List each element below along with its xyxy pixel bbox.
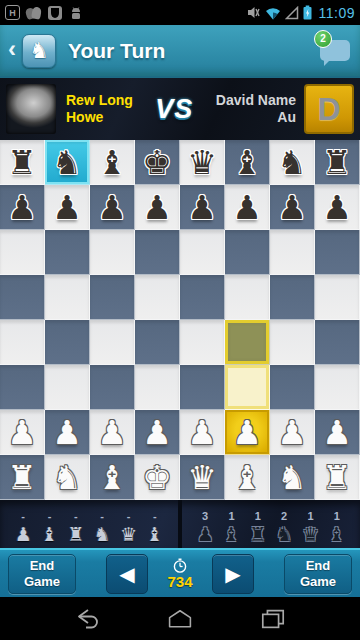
- captured-piece-slot: 1♜: [246, 511, 270, 545]
- timer: 734: [158, 558, 202, 589]
- board-square[interactable]: [45, 365, 90, 410]
- board-square[interactable]: ♞: [270, 140, 315, 185]
- end-game-button-left[interactable]: End Game: [8, 554, 76, 594]
- android-notification-icon: [68, 6, 84, 20]
- chess-notification-icon: [26, 6, 42, 20]
- board-square[interactable]: [0, 230, 45, 275]
- app-header: ‹ ♞ Your Turn 2: [0, 25, 360, 78]
- piece-white-knight: ♞: [277, 455, 307, 500]
- board-square[interactable]: [0, 320, 45, 365]
- board-square[interactable]: ♞: [45, 455, 90, 500]
- capture-count: 1: [246, 511, 270, 523]
- piece-white-pawn: ♟: [322, 410, 352, 455]
- tray-piece-bishop: ♝: [325, 523, 349, 545]
- end-game-button-right[interactable]: End Game: [284, 554, 352, 594]
- captured-piece-slot: -♛: [116, 511, 140, 545]
- board-square[interactable]: [270, 365, 315, 410]
- status-bar-notifications: H: [5, 5, 84, 20]
- board-square[interactable]: [45, 275, 90, 320]
- board-square[interactable]: ♜: [315, 455, 360, 500]
- board-square[interactable]: [90, 320, 135, 365]
- board-square[interactable]: ♟: [225, 185, 270, 230]
- board-square[interactable]: ♟: [180, 410, 225, 455]
- piece-black-king: ♚: [142, 140, 172, 185]
- board-square[interactable]: ♟: [90, 410, 135, 455]
- board-square[interactable]: [0, 365, 45, 410]
- board-square[interactable]: ♟: [270, 185, 315, 230]
- player-left-name: Rew Long Howe: [66, 92, 133, 127]
- piece-white-pawn: ♟: [187, 410, 217, 455]
- board-square[interactable]: [90, 365, 135, 410]
- captured-piece-slot: 1♝: [219, 511, 243, 545]
- piece-black-rook: ♜: [322, 140, 352, 185]
- board-square[interactable]: ♝: [90, 140, 135, 185]
- page-title: Your Turn: [68, 39, 165, 63]
- chat-unread-badge: 2: [314, 30, 332, 48]
- board-square[interactable]: ♟: [225, 410, 270, 455]
- piece-white-pawn: ♟: [7, 410, 37, 455]
- vs-label: VS: [133, 94, 216, 125]
- capture-count: -: [90, 511, 114, 523]
- white-capture-tray: -♟-♝-♜-♞-♛-♝: [0, 500, 178, 548]
- board-square[interactable]: [315, 275, 360, 320]
- piece-white-bishop: ♝: [97, 455, 127, 500]
- board-square[interactable]: [225, 365, 270, 410]
- status-clock: 11:09: [319, 5, 356, 21]
- board-square[interactable]: ♞: [45, 140, 90, 185]
- board-square[interactable]: [90, 230, 135, 275]
- piece-white-pawn: ♟: [277, 410, 307, 455]
- board-square[interactable]: ♜: [0, 140, 45, 185]
- phone-screen: H: [0, 0, 360, 640]
- piece-black-pawn: ♟: [187, 185, 217, 230]
- next-move-button[interactable]: ▶: [212, 554, 254, 594]
- board-square[interactable]: [45, 230, 90, 275]
- board-square[interactable]: ♝: [225, 455, 270, 500]
- vibrate-muted-icon: [246, 5, 261, 20]
- tray-piece-bishop: ♝: [219, 523, 243, 545]
- capture-count: -: [64, 511, 88, 523]
- board-square[interactable]: [225, 275, 270, 320]
- android-back-button[interactable]: [74, 606, 100, 632]
- piece-black-pawn: ♟: [322, 185, 352, 230]
- board-square[interactable]: ♟: [180, 185, 225, 230]
- chess-board: ♜♞♝♚♛♝♞♜♟♟♟♟♟♟♟♟♟♟♟♟♟♟♟♟♜♞♝♚♛♝♞♜: [0, 140, 360, 500]
- player-left-avatar[interactable]: [6, 84, 56, 134]
- capture-count: 1: [325, 511, 349, 523]
- captured-piece-slot: 1♝: [325, 511, 349, 545]
- board-square[interactable]: [90, 275, 135, 320]
- board-square[interactable]: ♟: [45, 410, 90, 455]
- board-square[interactable]: ♟: [90, 185, 135, 230]
- android-home-button[interactable]: [167, 606, 193, 632]
- piece-black-bishop: ♝: [232, 140, 262, 185]
- tray-piece-pawn: ♟: [193, 523, 217, 545]
- capture-tray-row: -♟-♝-♜-♞-♛-♝ 3♟1♝1♜2♞1♛1♝: [0, 500, 360, 548]
- chat-button[interactable]: 2: [312, 34, 352, 68]
- board-square[interactable]: [45, 320, 90, 365]
- piece-white-pawn: ♟: [52, 410, 82, 455]
- board-square[interactable]: ♟: [0, 410, 45, 455]
- tray-piece-knight: ♞: [90, 523, 114, 545]
- board-square[interactable]: [315, 365, 360, 410]
- captured-piece-slot: 2♞: [272, 511, 296, 545]
- tray-piece-bishop: ♝: [143, 523, 167, 545]
- board-square[interactable]: [270, 320, 315, 365]
- board-square[interactable]: [180, 275, 225, 320]
- board-square[interactable]: [0, 275, 45, 320]
- android-recents-button[interactable]: [260, 606, 286, 632]
- board-square[interactable]: [315, 230, 360, 275]
- hspa-h-icon: H: [5, 5, 20, 20]
- knight-app-icon: ♞: [22, 34, 56, 68]
- tray-piece-knight: ♞: [272, 523, 296, 545]
- board-square[interactable]: ♟: [135, 185, 180, 230]
- board-square[interactable]: [225, 230, 270, 275]
- piece-black-queen: ♛: [187, 140, 217, 185]
- piece-black-pawn: ♟: [7, 185, 37, 230]
- piece-black-pawn: ♟: [52, 185, 82, 230]
- board-square[interactable]: [180, 230, 225, 275]
- move-navigation: ◀ 734 ▶: [106, 554, 254, 594]
- board-square[interactable]: [135, 320, 180, 365]
- capture-count: 1: [298, 511, 322, 523]
- piece-black-knight: ♞: [52, 140, 82, 185]
- capture-count: 2: [272, 511, 296, 523]
- board-square[interactable]: [180, 320, 225, 365]
- board-square[interactable]: ♟: [270, 410, 315, 455]
- captured-piece-slot: -♟: [11, 511, 35, 545]
- app-notification-icon: [48, 6, 62, 20]
- board-square[interactable]: ♛: [180, 455, 225, 500]
- piece-white-king: ♚: [142, 455, 172, 500]
- captured-piece-slot: -♝: [143, 511, 167, 545]
- capture-count: 3: [193, 511, 217, 523]
- board-square[interactable]: [135, 365, 180, 410]
- tray-piece-rook: ♜: [64, 523, 88, 545]
- previous-move-button[interactable]: ◀: [106, 554, 148, 594]
- capture-count: -: [37, 511, 61, 523]
- board-square[interactable]: ♟: [315, 410, 360, 455]
- captured-piece-slot: -♝: [37, 511, 61, 545]
- player-right-name: David Name Au: [216, 92, 296, 127]
- board-square[interactable]: ♝: [90, 455, 135, 500]
- board-square[interactable]: [180, 365, 225, 410]
- tray-piece-pawn: ♟: [11, 523, 35, 545]
- player-matchup-bar: Rew Long Howe VS David Name Au D: [0, 78, 360, 140]
- piece-black-pawn: ♟: [277, 185, 307, 230]
- tray-piece-queen: ♛: [298, 523, 322, 545]
- captured-piece-slot: -♜: [64, 511, 88, 545]
- black-capture-tray: 3♟1♝1♜2♞1♛1♝: [182, 500, 360, 548]
- board-square[interactable]: ♚: [135, 140, 180, 185]
- signal-icon: [285, 6, 299, 20]
- board-square[interactable]: ♜: [0, 455, 45, 500]
- piece-white-pawn: ♟: [232, 410, 262, 455]
- piece-black-pawn: ♟: [142, 185, 172, 230]
- piece-black-rook: ♜: [7, 140, 37, 185]
- board-square[interactable]: [225, 320, 270, 365]
- capture-count: 1: [219, 511, 243, 523]
- battery-icon: [303, 5, 312, 20]
- clock-icon: [158, 558, 202, 574]
- board-square[interactable]: [270, 275, 315, 320]
- board-square[interactable]: ♞: [270, 455, 315, 500]
- wifi-icon: [265, 6, 281, 20]
- piece-white-knight: ♞: [52, 455, 82, 500]
- capture-count: -: [11, 511, 35, 523]
- android-nav-bar: [0, 597, 360, 640]
- back-chevron-icon[interactable]: ‹: [8, 39, 20, 63]
- captured-piece-slot: -♞: [90, 511, 114, 545]
- board-square[interactable]: ♟: [315, 185, 360, 230]
- bottom-action-bar: End Game ◀ 734 ▶ End Game: [0, 548, 360, 597]
- board-square[interactable]: ♟: [45, 185, 90, 230]
- board-square[interactable]: [270, 230, 315, 275]
- piece-black-bishop: ♝: [97, 140, 127, 185]
- board-square[interactable]: ♛: [180, 140, 225, 185]
- capture-count: -: [116, 511, 140, 523]
- tray-piece-queen: ♛: [116, 523, 140, 545]
- board-square[interactable]: ♝: [225, 140, 270, 185]
- board-square[interactable]: [135, 230, 180, 275]
- captured-piece-slot: 1♛: [298, 511, 322, 545]
- board-square[interactable]: ♚: [135, 455, 180, 500]
- player-right-avatar[interactable]: D: [304, 84, 354, 134]
- tray-piece-rook: ♜: [246, 523, 270, 545]
- piece-black-pawn: ♟: [97, 185, 127, 230]
- piece-black-knight: ♞: [277, 140, 307, 185]
- board-square[interactable]: ♜: [315, 140, 360, 185]
- board-square[interactable]: [315, 320, 360, 365]
- piece-black-pawn: ♟: [232, 185, 262, 230]
- piece-white-pawn: ♟: [97, 410, 127, 455]
- piece-white-rook: ♜: [322, 455, 352, 500]
- tray-piece-bishop: ♝: [37, 523, 61, 545]
- board-square[interactable]: ♟: [135, 410, 180, 455]
- captured-piece-slot: 3♟: [193, 511, 217, 545]
- piece-white-pawn: ♟: [142, 410, 172, 455]
- piece-white-rook: ♜: [7, 455, 37, 500]
- status-bar: H: [0, 0, 360, 25]
- timer-value: 734: [158, 574, 202, 589]
- piece-white-bishop: ♝: [232, 455, 262, 500]
- piece-white-queen: ♛: [187, 455, 217, 500]
- board-square[interactable]: ♟: [0, 185, 45, 230]
- board-square[interactable]: [135, 275, 180, 320]
- capture-count: -: [143, 511, 167, 523]
- status-bar-system: 11:09: [246, 5, 356, 21]
